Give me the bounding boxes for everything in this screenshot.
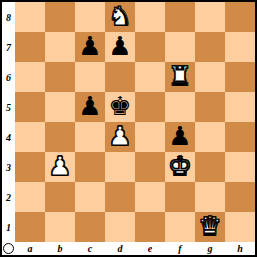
square-h2[interactable] — [225, 182, 255, 212]
square-f4[interactable]: ♟ — [165, 122, 195, 152]
rank-label-2: 2 — [2, 182, 15, 212]
square-d2[interactable] — [105, 182, 135, 212]
square-e1[interactable] — [135, 212, 165, 242]
file-label-a: a — [15, 242, 45, 255]
file-label-d: d — [105, 242, 135, 255]
square-b6[interactable] — [45, 62, 75, 92]
square-f7[interactable] — [165, 32, 195, 62]
square-g6[interactable] — [195, 62, 225, 92]
square-c5[interactable]: ♟ — [75, 92, 105, 122]
square-g1[interactable]: ♛ — [195, 212, 225, 242]
white-to-move-indicator — [3, 243, 14, 254]
square-b7[interactable] — [45, 32, 75, 62]
square-c8[interactable] — [75, 2, 105, 32]
rank-label-1: 1 — [2, 212, 15, 242]
rank-label-5: 5 — [2, 92, 15, 122]
square-c2[interactable] — [75, 182, 105, 212]
rank-label-8: 8 — [2, 2, 15, 32]
square-g7[interactable] — [195, 32, 225, 62]
square-c1[interactable] — [75, 212, 105, 242]
square-f2[interactable] — [165, 182, 195, 212]
square-a5[interactable] — [15, 92, 45, 122]
square-h4[interactable] — [225, 122, 255, 152]
square-a1[interactable] — [15, 212, 45, 242]
square-g4[interactable] — [195, 122, 225, 152]
square-d4[interactable]: ♟ — [105, 122, 135, 152]
square-e5[interactable] — [135, 92, 165, 122]
piece-white-knight[interactable]: ♞ — [108, 2, 131, 31]
chess-diagram: 8♞7♟♟6♜5♟♚4♟♟3♟♚21♛abcdefgh — [0, 0, 257, 257]
square-b3[interactable]: ♟ — [45, 152, 75, 182]
square-a3[interactable] — [15, 152, 45, 182]
square-h6[interactable] — [225, 62, 255, 92]
square-a2[interactable] — [15, 182, 45, 212]
file-label-c: c — [75, 242, 105, 255]
square-a8[interactable] — [15, 2, 45, 32]
file-label-g: g — [195, 242, 225, 255]
square-b1[interactable] — [45, 212, 75, 242]
file-label-e: e — [135, 242, 165, 255]
square-g8[interactable] — [195, 2, 225, 32]
square-e7[interactable] — [135, 32, 165, 62]
square-a7[interactable] — [15, 32, 45, 62]
square-c4[interactable] — [75, 122, 105, 152]
square-g5[interactable] — [195, 92, 225, 122]
square-g3[interactable] — [195, 152, 225, 182]
rank-label-6: 6 — [2, 62, 15, 92]
square-d1[interactable] — [105, 212, 135, 242]
square-f6[interactable]: ♜ — [165, 62, 195, 92]
piece-white-pawn[interactable]: ♟ — [108, 122, 131, 151]
square-d6[interactable] — [105, 62, 135, 92]
square-d5[interactable]: ♚ — [105, 92, 135, 122]
square-d3[interactable] — [105, 152, 135, 182]
square-d7[interactable]: ♟ — [105, 32, 135, 62]
square-e3[interactable] — [135, 152, 165, 182]
piece-white-queen[interactable]: ♛ — [198, 212, 221, 241]
piece-black-pawn[interactable]: ♟ — [168, 122, 191, 151]
piece-black-pawn[interactable]: ♟ — [108, 32, 131, 61]
square-f8[interactable] — [165, 2, 195, 32]
piece-black-pawn[interactable]: ♟ — [78, 32, 101, 61]
piece-black-pawn[interactable]: ♟ — [78, 92, 101, 121]
square-d8[interactable]: ♞ — [105, 2, 135, 32]
square-h1[interactable] — [225, 212, 255, 242]
rank-label-4: 4 — [2, 122, 15, 152]
square-c6[interactable] — [75, 62, 105, 92]
square-b8[interactable] — [45, 2, 75, 32]
file-label-b: b — [45, 242, 75, 255]
square-a4[interactable] — [15, 122, 45, 152]
square-e6[interactable] — [135, 62, 165, 92]
move-indicator-cell — [2, 242, 15, 255]
piece-white-rook[interactable]: ♜ — [168, 62, 191, 91]
square-b4[interactable] — [45, 122, 75, 152]
square-e4[interactable] — [135, 122, 165, 152]
board-grid: 8♞7♟♟6♜5♟♚4♟♟3♟♚21♛abcdefgh — [2, 2, 255, 255]
square-h3[interactable] — [225, 152, 255, 182]
square-f3[interactable]: ♚ — [165, 152, 195, 182]
file-label-f: f — [165, 242, 195, 255]
square-b2[interactable] — [45, 182, 75, 212]
square-e8[interactable] — [135, 2, 165, 32]
square-f5[interactable] — [165, 92, 195, 122]
piece-white-king[interactable]: ♚ — [168, 152, 191, 181]
square-h7[interactable] — [225, 32, 255, 62]
square-c7[interactable]: ♟ — [75, 32, 105, 62]
piece-white-pawn[interactable]: ♟ — [48, 152, 71, 181]
file-label-h: h — [225, 242, 255, 255]
square-g2[interactable] — [195, 182, 225, 212]
rank-label-3: 3 — [2, 152, 15, 182]
square-b5[interactable] — [45, 92, 75, 122]
square-f1[interactable] — [165, 212, 195, 242]
square-h5[interactable] — [225, 92, 255, 122]
square-a6[interactable] — [15, 62, 45, 92]
rank-label-7: 7 — [2, 32, 15, 62]
square-e2[interactable] — [135, 182, 165, 212]
square-h8[interactable] — [225, 2, 255, 32]
piece-black-king[interactable]: ♚ — [108, 92, 131, 121]
square-c3[interactable] — [75, 152, 105, 182]
